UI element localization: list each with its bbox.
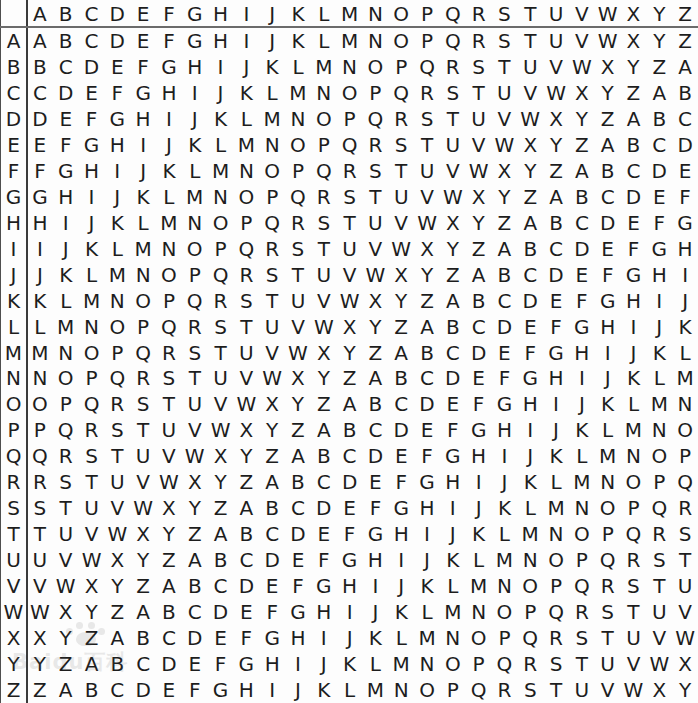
cell-S-K: C (285, 495, 311, 521)
cell-V-M: H (337, 573, 363, 599)
cell-P-L: A (311, 417, 337, 443)
cell-Z-M: L (337, 677, 363, 703)
cell-E-G: K (182, 132, 208, 158)
cell-C-C: E (79, 80, 105, 106)
cell-W-Z: V (672, 599, 698, 625)
cell-I-E: M (130, 236, 156, 262)
cell-P-J: Y (259, 417, 285, 443)
cell-K-D: N (104, 288, 130, 314)
cell-T-D: W (104, 521, 130, 547)
cell-Z-W: V (595, 677, 621, 703)
cell-F-R: W (466, 158, 492, 184)
cell-H-W: D (595, 210, 621, 236)
cell-Y-M: K (337, 651, 363, 677)
cell-L-X: I (621, 314, 647, 340)
cell-T-H: A (208, 521, 234, 547)
corner-cell (0, 0, 27, 28)
cell-S-O: G (388, 495, 414, 521)
cell-O-M: A (337, 391, 363, 417)
cell-C-B: D (53, 80, 79, 106)
cell-R-Q: H (440, 469, 466, 495)
cell-C-H: J (208, 80, 234, 106)
cell-B-A: B (27, 54, 53, 80)
cell-R-M: D (337, 469, 363, 495)
cell-R-W: N (595, 469, 621, 495)
cell-B-Y: Z (646, 54, 672, 80)
cell-W-S: O (492, 599, 518, 625)
cell-I-Q: Y (440, 236, 466, 262)
cell-Z-S: R (492, 677, 518, 703)
cell-A-Y: Y (646, 28, 672, 54)
cell-R-A: R (27, 469, 53, 495)
cell-W-J: F (259, 599, 285, 625)
cell-E-S: W (492, 132, 518, 158)
cell-N-B: O (53, 365, 79, 391)
cell-C-V: X (569, 80, 595, 106)
col-header-T: T (517, 0, 543, 28)
cell-Z-J: I (259, 677, 285, 703)
cell-O-P: D (414, 391, 440, 417)
cell-G-M: S (337, 184, 363, 210)
cell-C-J: L (259, 80, 285, 106)
cell-D-S: V (492, 106, 518, 132)
cell-H-E: L (130, 210, 156, 236)
cell-Z-O: N (388, 677, 414, 703)
cell-B-S: T (492, 54, 518, 80)
cell-L-W: H (595, 314, 621, 340)
row-header-F: F (0, 158, 27, 184)
cell-L-I: T (233, 314, 259, 340)
cell-R-Z: Q (672, 469, 698, 495)
cell-U-R: L (466, 547, 492, 573)
cell-T-M: F (337, 521, 363, 547)
cell-H-Z: G (672, 210, 698, 236)
cell-B-C: D (79, 54, 105, 80)
col-header-M: M (337, 0, 363, 28)
cell-Q-I: Y (233, 443, 259, 469)
cell-X-A: X (27, 625, 53, 651)
cell-Y-G: E (182, 651, 208, 677)
col-header-J: J (259, 0, 285, 28)
cell-K-J: T (259, 288, 285, 314)
cell-L-A: L (27, 314, 53, 340)
cell-Z-P: O (414, 677, 440, 703)
cell-P-H: W (208, 417, 234, 443)
cell-W-I: E (233, 599, 259, 625)
cell-T-C: V (79, 521, 105, 547)
cell-M-N: Z (362, 340, 388, 366)
cell-P-U: J (543, 417, 569, 443)
cell-K-X: H (621, 288, 647, 314)
cell-M-K: W (285, 340, 311, 366)
cell-K-P: Z (414, 288, 440, 314)
cell-Y-B: Z (53, 651, 79, 677)
cell-I-M: U (337, 236, 363, 262)
cell-T-Z: S (672, 521, 698, 547)
cell-G-J: P (259, 184, 285, 210)
cell-V-Z: U (672, 573, 698, 599)
cell-H-M: T (337, 210, 363, 236)
cell-K-Y: I (646, 288, 672, 314)
cell-M-R: D (466, 340, 492, 366)
row-header-J: J (0, 262, 27, 288)
cell-A-P: P (414, 28, 440, 54)
cell-G-H: N (208, 184, 234, 210)
cell-W-M: I (337, 599, 363, 625)
cell-D-F: I (156, 106, 182, 132)
cell-Q-G: W (182, 443, 208, 469)
cell-O-K: Y (285, 391, 311, 417)
cell-O-T: H (517, 391, 543, 417)
cell-G-O: U (388, 184, 414, 210)
col-header-Q: Q (440, 0, 466, 28)
cell-A-X: X (621, 28, 647, 54)
cell-M-O: A (388, 340, 414, 366)
cell-I-R: Z (466, 236, 492, 262)
cell-L-Q: B (440, 314, 466, 340)
cell-T-T: M (517, 521, 543, 547)
cell-D-Z: C (672, 106, 698, 132)
cell-S-Z: R (672, 495, 698, 521)
cell-E-R: V (466, 132, 492, 158)
cell-S-X: P (621, 495, 647, 521)
cell-I-I: Q (233, 236, 259, 262)
cell-L-P: A (414, 314, 440, 340)
cell-M-D: P (104, 340, 130, 366)
cell-F-Z: E (672, 158, 698, 184)
cell-Q-J: Z (259, 443, 285, 469)
cell-Q-N: D (362, 443, 388, 469)
cell-L-J: U (259, 314, 285, 340)
left-edge-rule (0, 0, 1, 703)
cell-X-Y: V (646, 625, 672, 651)
row-header-D: D (0, 106, 27, 132)
cell-C-U: W (543, 80, 569, 106)
cell-Z-Z: Y (672, 677, 698, 703)
row-header-W: W (0, 599, 27, 625)
cell-Y-C: A (79, 651, 105, 677)
cell-M-L: X (311, 340, 337, 366)
cell-E-W: A (595, 132, 621, 158)
cell-Q-P: F (414, 443, 440, 469)
cell-V-O: J (388, 573, 414, 599)
cell-W-V: R (569, 599, 595, 625)
cell-G-U: A (543, 184, 569, 210)
cell-M-V: H (569, 340, 595, 366)
cell-F-V: A (569, 158, 595, 184)
cell-S-T: L (517, 495, 543, 521)
cell-V-B: W (53, 573, 79, 599)
cell-I-V: D (569, 236, 595, 262)
cell-O-A: O (27, 391, 53, 417)
cell-Q-T: J (517, 443, 543, 469)
cell-A-J: J (259, 28, 285, 54)
row-header-M: M (0, 340, 27, 366)
cell-I-Z: H (672, 236, 698, 262)
cell-Y-D: B (104, 651, 130, 677)
cell-D-U: X (543, 106, 569, 132)
cell-Z-Q: P (440, 677, 466, 703)
cell-M-T: F (517, 340, 543, 366)
cell-U-O: I (388, 547, 414, 573)
cell-R-R: I (466, 469, 492, 495)
cell-E-N: R (362, 132, 388, 158)
cell-Z-V: U (569, 677, 595, 703)
cell-X-W: T (595, 625, 621, 651)
cell-H-N: U (362, 210, 388, 236)
cell-U-C: W (79, 547, 105, 573)
cell-H-Y: F (646, 210, 672, 236)
cell-Q-F: V (156, 443, 182, 469)
cell-R-G: X (182, 469, 208, 495)
cell-F-A: F (27, 158, 53, 184)
cell-W-G: C (182, 599, 208, 625)
cell-P-I: X (233, 417, 259, 443)
cell-J-S: B (492, 262, 518, 288)
cell-H-X: E (621, 210, 647, 236)
cell-J-H: Q (208, 262, 234, 288)
cell-F-L: Q (311, 158, 337, 184)
cell-Z-D: C (104, 677, 130, 703)
cell-W-R: N (466, 599, 492, 625)
cell-S-D: V (104, 495, 130, 521)
col-header-Y: Y (646, 0, 672, 28)
cell-X-C: Z (79, 625, 105, 651)
cell-U-X: R (621, 547, 647, 573)
cell-C-X: Z (621, 80, 647, 106)
cell-P-O: D (388, 417, 414, 443)
cell-P-P: E (414, 417, 440, 443)
cell-D-A: D (27, 106, 53, 132)
cell-H-L: S (311, 210, 337, 236)
cell-Q-H: X (208, 443, 234, 469)
cell-S-A: S (27, 495, 53, 521)
cell-S-C: U (79, 495, 105, 521)
cell-E-F: J (156, 132, 182, 158)
cell-G-Y: E (646, 184, 672, 210)
col-header-N: N (362, 0, 388, 28)
cell-F-E: J (130, 158, 156, 184)
cell-M-M: Y (337, 340, 363, 366)
cell-R-U: L (543, 469, 569, 495)
cell-U-T: N (517, 547, 543, 573)
cell-S-N: F (362, 495, 388, 521)
header-column-rule (26, 0, 28, 703)
cell-I-K: S (285, 236, 311, 262)
cell-U-S: M (492, 547, 518, 573)
cell-Y-K: I (285, 651, 311, 677)
cell-U-P: J (414, 547, 440, 573)
cell-B-W: X (595, 54, 621, 80)
cell-E-Q: U (440, 132, 466, 158)
cell-Y-Q: O (440, 651, 466, 677)
cell-T-P: I (414, 521, 440, 547)
cell-G-K: Q (285, 184, 311, 210)
cell-O-F: T (156, 391, 182, 417)
cell-W-B: X (53, 599, 79, 625)
cell-L-S: D (492, 314, 518, 340)
cell-J-Q: Z (440, 262, 466, 288)
cell-J-O: X (388, 262, 414, 288)
cell-E-U: Y (543, 132, 569, 158)
cell-D-M: P (337, 106, 363, 132)
cell-X-Z: W (672, 625, 698, 651)
cell-T-Q: J (440, 521, 466, 547)
cell-N-O: B (388, 365, 414, 391)
cell-S-M: E (337, 495, 363, 521)
cell-T-J: C (259, 521, 285, 547)
cell-B-X: Y (621, 54, 647, 80)
row-header-C: C (0, 80, 27, 106)
cell-P-C: R (79, 417, 105, 443)
cell-H-A: H (27, 210, 53, 236)
cell-I-L: T (311, 236, 337, 262)
cell-V-H: C (208, 573, 234, 599)
cell-R-X: O (621, 469, 647, 495)
cell-V-C: X (79, 573, 105, 599)
cell-L-R: C (466, 314, 492, 340)
cell-S-E: W (130, 495, 156, 521)
cell-S-L: D (311, 495, 337, 521)
cell-K-N: X (362, 288, 388, 314)
cell-L-E: P (130, 314, 156, 340)
cell-S-R: J (466, 495, 492, 521)
cell-G-V: B (569, 184, 595, 210)
cell-Q-A: Q (27, 443, 53, 469)
cell-M-J: V (259, 340, 285, 366)
col-header-F: F (156, 0, 182, 28)
cell-C-Q: S (440, 80, 466, 106)
cell-G-L: R (311, 184, 337, 210)
cell-N-J: W (259, 365, 285, 391)
cell-D-J: M (259, 106, 285, 132)
cell-D-T: W (517, 106, 543, 132)
cell-A-U: U (543, 28, 569, 54)
cell-K-A: K (27, 288, 53, 314)
cell-N-Y: L (646, 365, 672, 391)
cell-K-U: E (543, 288, 569, 314)
cell-F-B: G (53, 158, 79, 184)
cell-M-H: T (208, 340, 234, 366)
cell-K-V: F (569, 288, 595, 314)
cell-X-E: B (130, 625, 156, 651)
cell-Q-Q: G (440, 443, 466, 469)
cell-Y-F: D (156, 651, 182, 677)
cell-A-G: G (182, 28, 208, 54)
cell-E-A: E (27, 132, 53, 158)
cell-C-I: K (233, 80, 259, 106)
cell-B-V: W (569, 54, 595, 80)
col-header-C: C (79, 0, 105, 28)
cell-M-I: U (233, 340, 259, 366)
cell-B-I: J (233, 54, 259, 80)
cell-T-W: P (595, 521, 621, 547)
cell-A-R: R (466, 28, 492, 54)
cell-D-G: J (182, 106, 208, 132)
cell-T-N: G (362, 521, 388, 547)
cell-I-P: X (414, 236, 440, 262)
cell-E-D: H (104, 132, 130, 158)
cell-O-W: K (595, 391, 621, 417)
cell-V-Q: L (440, 573, 466, 599)
cell-Z-G: F (182, 677, 208, 703)
cell-V-J: E (259, 573, 285, 599)
cell-N-A: N (27, 365, 53, 391)
cell-F-S: X (492, 158, 518, 184)
cell-P-N: C (362, 417, 388, 443)
cell-I-B: J (53, 236, 79, 262)
col-header-S: S (492, 0, 518, 28)
cell-A-S: S (492, 28, 518, 54)
cell-R-E: V (130, 469, 156, 495)
cell-S-V: N (569, 495, 595, 521)
cell-E-Z: D (672, 132, 698, 158)
cell-H-I: P (233, 210, 259, 236)
cell-N-T: G (517, 365, 543, 391)
cell-R-L: C (311, 469, 337, 495)
cell-W-C: Y (79, 599, 105, 625)
cell-T-B: U (53, 521, 79, 547)
cell-D-W: Z (595, 106, 621, 132)
cell-P-R: G (466, 417, 492, 443)
cell-D-X: A (621, 106, 647, 132)
cell-X-Q: N (440, 625, 466, 651)
cell-A-W: W (595, 28, 621, 54)
cell-N-L: Y (311, 365, 337, 391)
cell-H-C: J (79, 210, 105, 236)
cell-T-I: B (233, 521, 259, 547)
cell-Y-L: J (311, 651, 337, 677)
cell-J-R: A (466, 262, 492, 288)
cell-W-A: W (27, 599, 53, 625)
cell-M-Q: C (440, 340, 466, 366)
cell-G-X: D (621, 184, 647, 210)
cell-R-V: M (569, 469, 595, 495)
col-header-U: U (543, 0, 569, 28)
cell-S-W: O (595, 495, 621, 521)
cell-X-L: I (311, 625, 337, 651)
cell-W-W: S (595, 599, 621, 625)
cell-J-K: T (285, 262, 311, 288)
cell-J-E: N (130, 262, 156, 288)
cell-A-F: F (156, 28, 182, 54)
cell-Q-Z: P (672, 443, 698, 469)
cell-D-D: G (104, 106, 130, 132)
cell-R-C: T (79, 469, 105, 495)
cell-A-Z: Z (672, 28, 698, 54)
cell-C-L: N (311, 80, 337, 106)
row-header-Z: Z (0, 677, 27, 703)
cell-Y-H: F (208, 651, 234, 677)
cell-B-J: K (259, 54, 285, 80)
cell-V-V: Q (569, 573, 595, 599)
cell-F-Y: D (646, 158, 672, 184)
cell-F-T: Y (517, 158, 543, 184)
cell-L-V: G (569, 314, 595, 340)
cell-D-R: U (466, 106, 492, 132)
cell-V-I: D (233, 573, 259, 599)
cell-U-N: H (362, 547, 388, 573)
cell-G-P: V (414, 184, 440, 210)
cell-B-Z: A (672, 54, 698, 80)
cell-P-Q: F (440, 417, 466, 443)
cell-V-U: P (543, 573, 569, 599)
cell-L-T: E (517, 314, 543, 340)
cell-T-R: K (466, 521, 492, 547)
col-header-E: E (130, 0, 156, 28)
cell-I-J: R (259, 236, 285, 262)
cell-U-G: A (182, 547, 208, 573)
